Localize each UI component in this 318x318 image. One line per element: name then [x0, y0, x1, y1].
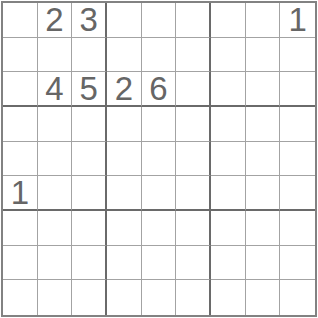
cell-r2c7[interactable]	[211, 38, 246, 73]
cell-r7c6[interactable]	[176, 211, 211, 246]
cell-r6c5[interactable]	[142, 176, 177, 211]
cell-r7c5[interactable]	[142, 211, 177, 246]
cell-r1c4[interactable]	[107, 3, 142, 38]
cell-r4c5[interactable]	[142, 107, 177, 142]
cell-r9c5[interactable]	[142, 280, 177, 315]
cell-r4c2[interactable]	[38, 107, 73, 142]
cell-r3c6[interactable]	[176, 72, 211, 107]
cell-r9c8[interactable]	[246, 280, 281, 315]
cell-r7c9[interactable]	[280, 211, 315, 246]
cell-r5c9[interactable]	[280, 142, 315, 177]
cell-r2c9[interactable]	[280, 38, 315, 73]
cell-r3c7[interactable]	[211, 72, 246, 107]
cell-r2c4[interactable]	[107, 38, 142, 73]
cell-r3c3[interactable]: 5	[72, 72, 107, 107]
cell-r9c9[interactable]	[280, 280, 315, 315]
cell-r8c5[interactable]	[142, 246, 177, 281]
cell-r6c9[interactable]	[280, 176, 315, 211]
cell-r5c1[interactable]	[3, 142, 38, 177]
cell-r8c7[interactable]	[211, 246, 246, 281]
cell-r9c3[interactable]	[72, 280, 107, 315]
cell-r8c1[interactable]	[3, 246, 38, 281]
cell-r6c2[interactable]	[38, 176, 73, 211]
cell-r1c9[interactable]: 1	[280, 3, 315, 38]
cell-r1c7[interactable]	[211, 3, 246, 38]
cell-r1c3[interactable]: 3	[72, 3, 107, 38]
cell-r5c2[interactable]	[38, 142, 73, 177]
cell-r7c4[interactable]	[107, 211, 142, 246]
cell-r3c8[interactable]	[246, 72, 281, 107]
cell-r9c2[interactable]	[38, 280, 73, 315]
cell-r4c4[interactable]	[107, 107, 142, 142]
cell-r5c6[interactable]	[176, 142, 211, 177]
cell-r5c5[interactable]	[142, 142, 177, 177]
cell-r6c8[interactable]	[246, 176, 281, 211]
cell-r2c8[interactable]	[246, 38, 281, 73]
cell-r5c4[interactable]	[107, 142, 142, 177]
cell-r8c9[interactable]	[280, 246, 315, 281]
cell-r7c7[interactable]	[211, 211, 246, 246]
cell-r7c3[interactable]	[72, 211, 107, 246]
cell-r7c1[interactable]	[3, 211, 38, 246]
cell-r2c6[interactable]	[176, 38, 211, 73]
cell-r3c9[interactable]	[280, 72, 315, 107]
cell-r1c2[interactable]: 2	[38, 3, 73, 38]
cell-r9c6[interactable]	[176, 280, 211, 315]
cell-r6c1[interactable]: 1	[3, 176, 38, 211]
cell-r7c2[interactable]	[38, 211, 73, 246]
cell-r9c7[interactable]	[211, 280, 246, 315]
cell-r2c2[interactable]	[38, 38, 73, 73]
cell-r5c3[interactable]	[72, 142, 107, 177]
cell-r4c9[interactable]	[280, 107, 315, 142]
cell-r3c4[interactable]: 2	[107, 72, 142, 107]
cell-r3c5[interactable]: 6	[142, 72, 177, 107]
cell-r8c4[interactable]	[107, 246, 142, 281]
cell-r1c8[interactable]	[246, 3, 281, 38]
cell-r6c6[interactable]	[176, 176, 211, 211]
cell-r4c7[interactable]	[211, 107, 246, 142]
cell-r7c8[interactable]	[246, 211, 281, 246]
cell-r1c1[interactable]	[3, 3, 38, 38]
cell-r9c4[interactable]	[107, 280, 142, 315]
cell-r8c6[interactable]	[176, 246, 211, 281]
cell-r4c6[interactable]	[176, 107, 211, 142]
cell-r1c5[interactable]	[142, 3, 177, 38]
cell-r2c3[interactable]	[72, 38, 107, 73]
sudoku-board: 23145261	[1, 1, 317, 317]
cell-r4c1[interactable]	[3, 107, 38, 142]
cell-r5c7[interactable]	[211, 142, 246, 177]
cell-r3c1[interactable]	[3, 72, 38, 107]
cell-r2c1[interactable]	[3, 38, 38, 73]
cell-r1c6[interactable]	[176, 3, 211, 38]
cell-r4c3[interactable]	[72, 107, 107, 142]
cell-r8c2[interactable]	[38, 246, 73, 281]
cell-r5c8[interactable]	[246, 142, 281, 177]
cell-r6c3[interactable]	[72, 176, 107, 211]
cell-r3c2[interactable]: 4	[38, 72, 73, 107]
cell-r6c7[interactable]	[211, 176, 246, 211]
cell-r6c4[interactable]	[107, 176, 142, 211]
cell-r2c5[interactable]	[142, 38, 177, 73]
cell-r8c8[interactable]	[246, 246, 281, 281]
cell-r4c8[interactable]	[246, 107, 281, 142]
cell-r8c3[interactable]	[72, 246, 107, 281]
cell-r9c1[interactable]	[3, 280, 38, 315]
